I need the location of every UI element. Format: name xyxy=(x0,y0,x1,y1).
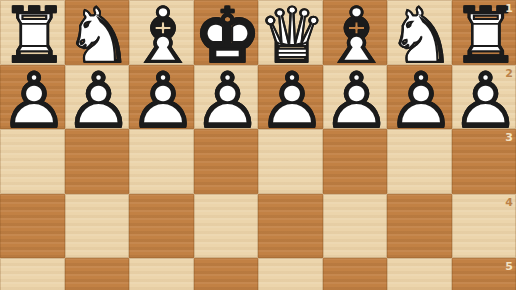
square-f2[interactable]: ♟♙ xyxy=(129,65,194,130)
piece-white-pawn-e2[interactable]: ♟♙ xyxy=(194,65,259,130)
square-h5[interactable] xyxy=(0,258,65,290)
piece-white-pawn-f2[interactable]: ♟♙ xyxy=(129,65,194,130)
square-d4[interactable] xyxy=(258,194,323,259)
white-pawn-outline-icon: ♙ xyxy=(258,63,326,139)
piece-white-pawn-c2[interactable]: ♟♙ xyxy=(323,65,388,130)
piece-white-pawn-b2[interactable]: ♟♙ xyxy=(387,65,452,130)
piece-white-pawn-h2[interactable]: ♟♙ xyxy=(0,65,65,130)
rank-label-3: 3 xyxy=(505,131,513,144)
rank-label-4: 4 xyxy=(505,196,513,209)
square-b2[interactable]: ♟♙ xyxy=(387,65,452,130)
square-a4[interactable]: 4 xyxy=(452,194,516,259)
square-c2[interactable]: ♟♙ xyxy=(323,65,388,130)
square-c5[interactable] xyxy=(323,258,388,290)
square-h2[interactable]: ♟♙ xyxy=(0,65,65,130)
piece-white-pawn-d2[interactable]: ♟♙ xyxy=(258,65,323,130)
chess-board: ♜♖♞♘♝♗♚♔♛♕♝♗♞♘♜♖1♟♙♟♙♟♙♟♙♟♙♟♙♟♙♟♙2345 xyxy=(0,0,516,290)
square-e5[interactable] xyxy=(194,258,259,290)
square-a2[interactable]: ♟♙2 xyxy=(452,65,516,130)
square-b5[interactable] xyxy=(387,258,452,290)
rank-label-2: 2 xyxy=(505,67,513,80)
square-g2[interactable]: ♟♙ xyxy=(65,65,130,130)
chess-app-viewport: ♜♖♞♘♝♗♚♔♛♕♝♗♞♘♜♖1♟♙♟♙♟♙♟♙♟♙♟♙♟♙♟♙2345 xyxy=(0,0,516,290)
square-b4[interactable] xyxy=(387,194,452,259)
square-g5[interactable] xyxy=(65,258,130,290)
square-g4[interactable] xyxy=(65,194,130,259)
square-a5[interactable]: 5 xyxy=(452,258,516,290)
white-pawn-outline-icon: ♙ xyxy=(129,63,197,139)
white-pawn-outline-icon: ♙ xyxy=(323,63,391,139)
square-f4[interactable] xyxy=(129,194,194,259)
rank-label-1: 1 xyxy=(505,2,513,15)
white-pawn-outline-icon: ♙ xyxy=(194,63,262,139)
square-c4[interactable] xyxy=(323,194,388,259)
white-pawn-outline-icon: ♙ xyxy=(65,63,133,139)
square-e2[interactable]: ♟♙ xyxy=(194,65,259,130)
rank-label-5: 5 xyxy=(505,260,513,273)
white-pawn-outline-icon: ♙ xyxy=(387,63,455,139)
square-d2[interactable]: ♟♙ xyxy=(258,65,323,130)
square-f5[interactable] xyxy=(129,258,194,290)
square-e4[interactable] xyxy=(194,194,259,259)
piece-white-pawn-g2[interactable]: ♟♙ xyxy=(65,65,130,130)
square-h4[interactable] xyxy=(0,194,65,259)
square-d5[interactable] xyxy=(258,258,323,290)
white-pawn-outline-icon: ♙ xyxy=(0,63,68,139)
